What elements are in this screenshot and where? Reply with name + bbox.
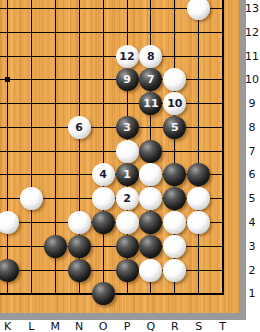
- row-label-4: 4: [243, 216, 260, 229]
- stone-Q3: [139, 235, 162, 258]
- move-5-stone-R8: 5: [163, 116, 186, 139]
- stone-N2: [68, 259, 91, 282]
- col-label-K: K: [0, 320, 17, 332]
- move-3-stone-P8: 3: [116, 116, 139, 139]
- stone-R6: [163, 163, 186, 186]
- stone-Q6: [139, 163, 162, 186]
- stone-P7: [116, 140, 139, 163]
- col-label-T: T: [214, 320, 232, 332]
- stone-O4: [92, 211, 115, 234]
- move-8-stone-Q11: 8: [139, 45, 162, 68]
- move-9-stone-P10: 9: [116, 68, 139, 91]
- stone-S5: [187, 187, 210, 210]
- stone-P3: [116, 235, 139, 258]
- grid-line-col-T: [222, 0, 224, 295]
- move-6-stone-N8: 6: [68, 116, 91, 139]
- move-12-stone-P11: 12: [116, 45, 139, 68]
- row-label-11: 11: [243, 50, 260, 63]
- stone-R3: [163, 235, 186, 258]
- grid-line-row-12: [0, 32, 224, 33]
- row-label-2: 2: [243, 264, 260, 277]
- stone-Q5: [139, 187, 162, 210]
- stone-Q7: [139, 140, 162, 163]
- row-label-9: 9: [243, 97, 260, 110]
- stone-P4: [116, 211, 139, 234]
- stone-K4: [0, 211, 19, 234]
- stone-N4: [68, 211, 91, 234]
- stone-O1: [92, 282, 115, 305]
- col-label-L: L: [22, 320, 40, 332]
- grid-line-row-11: [0, 56, 224, 57]
- col-label-M: M: [46, 320, 64, 332]
- grid-line-row-7: [0, 151, 224, 152]
- go-board[interactable]: 128971110635412: [0, 0, 239, 313]
- grid-line-row-2: [0, 270, 224, 271]
- stone-Q2: [139, 259, 162, 282]
- grid-line-col-K: [7, 0, 8, 295]
- move-1-stone-P6: 1: [116, 163, 139, 186]
- row-label-3: 3: [243, 240, 260, 253]
- grid-line-row-8: [0, 127, 224, 128]
- row-label-1: 1: [243, 287, 260, 300]
- row-label-12: 12: [243, 26, 260, 39]
- grid-line-row-10: [0, 79, 224, 80]
- row-label-6: 6: [243, 168, 260, 181]
- row-label-8: 8: [243, 121, 260, 134]
- grid-line-row-9: [0, 103, 224, 104]
- grid-line-col-O: [103, 0, 104, 295]
- grid-line-col-S: [198, 0, 199, 295]
- col-label-Q: Q: [142, 320, 160, 332]
- stone-Q4: [139, 211, 162, 234]
- stone-L5: [20, 187, 43, 210]
- stone-R10: [163, 68, 186, 91]
- stone-O5: [92, 187, 115, 210]
- col-label-N: N: [70, 320, 88, 332]
- stone-S4: [187, 211, 210, 234]
- stone-K2: [0, 259, 19, 282]
- col-label-S: S: [190, 320, 208, 332]
- move-4-stone-O6: 4: [92, 163, 115, 186]
- row-label-13: 13: [243, 2, 260, 15]
- stone-R5: [163, 187, 186, 210]
- move-10-stone-R9: 10: [163, 92, 186, 115]
- stone-P2: [116, 259, 139, 282]
- grid-line-row-3: [0, 246, 224, 247]
- move-7-stone-Q10: 7: [139, 68, 162, 91]
- go-diagram: 128971110635412 13121110987654321 KLMNOP…: [0, 0, 260, 332]
- stone-S6: [187, 163, 210, 186]
- row-label-10: 10: [243, 73, 260, 86]
- move-2-stone-P5: 2: [116, 187, 139, 210]
- grid-line-col-L: [31, 0, 32, 295]
- col-label-R: R: [166, 320, 184, 332]
- stone-S13: [187, 0, 210, 20]
- star-point-K10: [5, 77, 10, 82]
- row-label-5: 5: [243, 192, 260, 205]
- stone-R2: [163, 259, 186, 282]
- col-label-P: P: [118, 320, 136, 332]
- move-11-stone-Q9: 11: [139, 92, 162, 115]
- stone-M3: [44, 235, 67, 258]
- row-label-7: 7: [243, 145, 260, 158]
- col-label-O: O: [94, 320, 112, 332]
- stone-R4: [163, 211, 186, 234]
- stone-N3: [68, 235, 91, 258]
